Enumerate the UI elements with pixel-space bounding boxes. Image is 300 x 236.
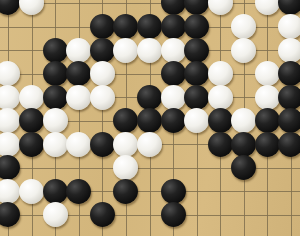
intersection-c1-r6 <box>20 132 44 156</box>
black-stone-c12-r4 <box>278 85 300 110</box>
intersection-c3-r8 <box>67 180 91 204</box>
intersection-c5-r8 <box>114 180 138 204</box>
intersection-c3-r3 <box>67 62 91 86</box>
white-stone-c10-r1 <box>231 14 256 39</box>
intersection-c6-r1 <box>138 15 162 39</box>
black-stone-c8-r2 <box>184 38 209 63</box>
intersection-c3-r7 <box>67 156 91 180</box>
intersection-c10-r0 <box>232 0 256 15</box>
intersection-c10-r4 <box>232 85 256 109</box>
intersection-c0-r6 <box>0 132 20 156</box>
white-stone-c9-r0 <box>208 0 233 15</box>
white-stone-c3-r4 <box>66 85 91 110</box>
white-stone-c7-r4 <box>161 85 186 110</box>
intersection-c2-r5 <box>43 109 67 133</box>
intersection-c3-r5 <box>67 109 91 133</box>
black-stone-c7-r8 <box>161 179 186 204</box>
intersection-c11-r9 <box>256 203 280 227</box>
intersection-c10-r8 <box>232 180 256 204</box>
black-stone-c7-r1 <box>161 14 186 39</box>
intersection-c0-r7 <box>0 156 20 180</box>
intersection-c8-r9 <box>185 203 209 227</box>
white-stone-c2-r5 <box>43 108 68 133</box>
intersection-c8-r2 <box>185 38 209 62</box>
intersection-c4-r0 <box>91 0 115 15</box>
intersection-c2-r0 <box>43 0 67 15</box>
black-stone-c3-r3 <box>66 61 91 86</box>
intersection-c5-r6 <box>114 132 138 156</box>
intersection-c7-r7 <box>161 156 185 180</box>
intersection-c7-r6 <box>161 132 185 156</box>
intersection-c12-r4 <box>279 85 300 109</box>
intersection-c6-r2 <box>138 38 162 62</box>
white-stone-c0-r8 <box>0 179 20 204</box>
intersection-c5-r9 <box>114 203 138 227</box>
intersection-c4-r4 <box>91 85 115 109</box>
black-stone-c2-r8 <box>43 179 68 204</box>
intersection-c6-r7 <box>138 156 162 180</box>
intersection-c5-r5 <box>114 109 138 133</box>
intersection-c9-r5 <box>208 109 232 133</box>
intersection-c7-r5 <box>161 109 185 133</box>
intersection-c2-r2 <box>43 38 67 62</box>
intersection-c10-r3 <box>232 62 256 86</box>
intersection-c7-r3 <box>161 62 185 86</box>
white-stone-c0-r3 <box>0 61 20 86</box>
intersection-c0-r9 <box>0 203 20 227</box>
intersection-c3-r4 <box>67 85 91 109</box>
black-stone-c2-r2 <box>43 38 68 63</box>
intersection-c12-r7 <box>279 156 300 180</box>
white-stone-c9-r4 <box>208 85 233 110</box>
white-stone-c0-r6 <box>0 132 20 157</box>
intersection-c7-r4 <box>161 85 185 109</box>
white-stone-c3-r2 <box>66 38 91 63</box>
intersection-c8-r6 <box>185 132 209 156</box>
intersection-c6-r4 <box>138 85 162 109</box>
intersection-c5-r7 <box>114 156 138 180</box>
intersection-c0-r3 <box>0 62 20 86</box>
black-stone-c7-r9 <box>161 202 186 227</box>
intersection-c12-r8 <box>279 180 300 204</box>
black-stone-c4-r9 <box>90 202 115 227</box>
intersection-c12-r6 <box>279 132 300 156</box>
intersection-c12-r9 <box>279 203 300 227</box>
intersection-c5-r2 <box>114 38 138 62</box>
intersection-c12-r0 <box>279 0 300 15</box>
intersection-c1-r4 <box>20 85 44 109</box>
black-stone-c12-r5 <box>278 108 300 133</box>
intersection-c11-r7 <box>256 156 280 180</box>
intersection-c12-r3 <box>279 62 300 86</box>
go-board <box>0 0 300 227</box>
black-stone-c3-r8 <box>66 179 91 204</box>
intersection-c5-r1 <box>114 15 138 39</box>
intersection-c11-r1 <box>256 15 280 39</box>
black-stone-c5-r1 <box>113 14 138 39</box>
intersection-c0-r8 <box>0 180 20 204</box>
intersection-c1-r7 <box>20 156 44 180</box>
intersection-c0-r5 <box>0 109 20 133</box>
intersection-c4-r6 <box>91 132 115 156</box>
black-stone-c11-r6 <box>255 132 280 157</box>
intersection-c3-r0 <box>67 0 91 15</box>
intersection-c9-r2 <box>208 38 232 62</box>
intersection-c0-r0 <box>0 0 20 15</box>
black-stone-c1-r6 <box>19 132 44 157</box>
black-stone-c7-r5 <box>161 108 186 133</box>
white-stone-c12-r2 <box>278 38 300 63</box>
intersection-c3-r6 <box>67 132 91 156</box>
intersection-c1-r5 <box>20 109 44 133</box>
intersection-c9-r0 <box>208 0 232 15</box>
white-stone-c2-r9 <box>43 202 68 227</box>
black-stone-c12-r6 <box>278 132 300 157</box>
white-stone-c11-r4 <box>255 85 280 110</box>
white-stone-c7-r2 <box>161 38 186 63</box>
intersection-c2-r9 <box>43 203 67 227</box>
intersection-c10-r5 <box>232 109 256 133</box>
intersection-c11-r0 <box>256 0 280 15</box>
intersection-c6-r9 <box>138 203 162 227</box>
intersection-c11-r4 <box>256 85 280 109</box>
intersection-c6-r5 <box>138 109 162 133</box>
black-stone-c6-r1 <box>137 14 162 39</box>
white-stone-c2-r6 <box>43 132 68 157</box>
intersection-c9-r6 <box>208 132 232 156</box>
white-stone-c6-r2 <box>137 38 162 63</box>
white-stone-c1-r0 <box>19 0 44 15</box>
intersection-c5-r3 <box>114 62 138 86</box>
white-stone-c10-r2 <box>231 38 256 63</box>
intersection-c8-r4 <box>185 85 209 109</box>
black-stone-c9-r5 <box>208 108 233 133</box>
black-stone-c11-r5 <box>255 108 280 133</box>
intersection-c11-r5 <box>256 109 280 133</box>
intersection-c0-r4 <box>0 85 20 109</box>
intersection-c9-r4 <box>208 85 232 109</box>
intersection-c7-r2 <box>161 38 185 62</box>
white-stone-c4-r3 <box>90 61 115 86</box>
white-stone-c8-r5 <box>184 108 209 133</box>
white-stone-c9-r3 <box>208 61 233 86</box>
black-stone-c7-r3 <box>161 61 186 86</box>
intersection-c3-r1 <box>67 15 91 39</box>
intersection-c6-r3 <box>138 62 162 86</box>
intersection-c7-r1 <box>161 15 185 39</box>
intersection-c8-r1 <box>185 15 209 39</box>
intersection-c9-r9 <box>208 203 232 227</box>
intersection-c11-r6 <box>256 132 280 156</box>
intersection-c1-r3 <box>20 62 44 86</box>
black-stone-c6-r5 <box>137 108 162 133</box>
black-stone-c10-r7 <box>231 155 256 180</box>
intersection-c1-r9 <box>20 203 44 227</box>
intersection-c8-r5 <box>185 109 209 133</box>
intersection-c7-r8 <box>161 180 185 204</box>
white-stone-c0-r5 <box>0 108 20 133</box>
white-stone-c10-r5 <box>231 108 256 133</box>
intersection-c12-r1 <box>279 15 300 39</box>
black-stone-c8-r3 <box>184 61 209 86</box>
intersection-c4-r7 <box>91 156 115 180</box>
intersection-c1-r0 <box>20 0 44 15</box>
intersection-c4-r9 <box>91 203 115 227</box>
intersection-c1-r1 <box>20 15 44 39</box>
intersection-c4-r3 <box>91 62 115 86</box>
black-stone-c9-r6 <box>208 132 233 157</box>
black-stone-c8-r4 <box>184 85 209 110</box>
white-stone-c5-r6 <box>113 132 138 157</box>
black-stone-c1-r5 <box>19 108 44 133</box>
white-stone-c11-r3 <box>255 61 280 86</box>
intersection-c4-r2 <box>91 38 115 62</box>
intersection-c2-r3 <box>43 62 67 86</box>
intersection-c9-r1 <box>208 15 232 39</box>
intersection-c2-r7 <box>43 156 67 180</box>
intersection-c3-r2 <box>67 38 91 62</box>
intersection-c11-r2 <box>256 38 280 62</box>
intersection-c2-r6 <box>43 132 67 156</box>
white-stone-c6-r6 <box>137 132 162 157</box>
intersection-c7-r0 <box>161 0 185 15</box>
black-stone-c4-r1 <box>90 14 115 39</box>
white-stone-c3-r6 <box>66 132 91 157</box>
intersection-c10-r7 <box>232 156 256 180</box>
intersection-c2-r8 <box>43 180 67 204</box>
black-stone-c0-r9 <box>0 202 20 227</box>
black-stone-c4-r6 <box>90 132 115 157</box>
intersection-c9-r3 <box>208 62 232 86</box>
intersection-c4-r8 <box>91 180 115 204</box>
intersection-c5-r0 <box>114 0 138 15</box>
black-stone-c5-r8 <box>113 179 138 204</box>
black-stone-c8-r1 <box>184 14 209 39</box>
intersection-c4-r1 <box>91 15 115 39</box>
intersection-c8-r8 <box>185 180 209 204</box>
intersection-c11-r8 <box>256 180 280 204</box>
white-stone-c5-r7 <box>113 155 138 180</box>
black-stone-c4-r2 <box>90 38 115 63</box>
intersection-c12-r5 <box>279 109 300 133</box>
intersection-c4-r5 <box>91 109 115 133</box>
black-stone-c10-r6 <box>231 132 256 157</box>
intersection-c9-r8 <box>208 180 232 204</box>
white-stone-c11-r0 <box>255 0 280 15</box>
intersection-c0-r2 <box>0 38 20 62</box>
black-stone-c6-r4 <box>137 85 162 110</box>
intersection-c3-r9 <box>67 203 91 227</box>
intersection-c10-r2 <box>232 38 256 62</box>
intersection-c2-r4 <box>43 85 67 109</box>
intersection-c1-r8 <box>20 180 44 204</box>
intersection-c8-r3 <box>185 62 209 86</box>
black-stone-c12-r3 <box>278 61 300 86</box>
intersection-c2-r1 <box>43 15 67 39</box>
intersection-c7-r9 <box>161 203 185 227</box>
intersection-c6-r8 <box>138 180 162 204</box>
intersection-c6-r0 <box>138 0 162 15</box>
intersection-c10-r1 <box>232 15 256 39</box>
go-board-photo <box>0 0 300 236</box>
black-stone-c0-r7 <box>0 155 20 180</box>
white-stone-c4-r4 <box>90 85 115 110</box>
white-stone-c0-r4 <box>0 85 20 110</box>
intersection-c10-r9 <box>232 203 256 227</box>
intersection-c0-r1 <box>0 15 20 39</box>
white-stone-c5-r2 <box>113 38 138 63</box>
intersection-c8-r7 <box>185 156 209 180</box>
intersection-c1-r2 <box>20 38 44 62</box>
black-stone-c2-r3 <box>43 61 68 86</box>
intersection-c6-r6 <box>138 132 162 156</box>
intersection-c5-r4 <box>114 85 138 109</box>
white-stone-c1-r4 <box>19 85 44 110</box>
white-stone-c12-r1 <box>278 14 300 39</box>
black-stone-c2-r4 <box>43 85 68 110</box>
black-stone-c0-r0 <box>0 0 20 15</box>
white-stone-c1-r8 <box>19 179 44 204</box>
intersection-c10-r6 <box>232 132 256 156</box>
intersection-c8-r0 <box>185 0 209 15</box>
intersection-c11-r3 <box>256 62 280 86</box>
intersection-c9-r7 <box>208 156 232 180</box>
black-stone-c5-r5 <box>113 108 138 133</box>
intersection-c12-r2 <box>279 38 300 62</box>
